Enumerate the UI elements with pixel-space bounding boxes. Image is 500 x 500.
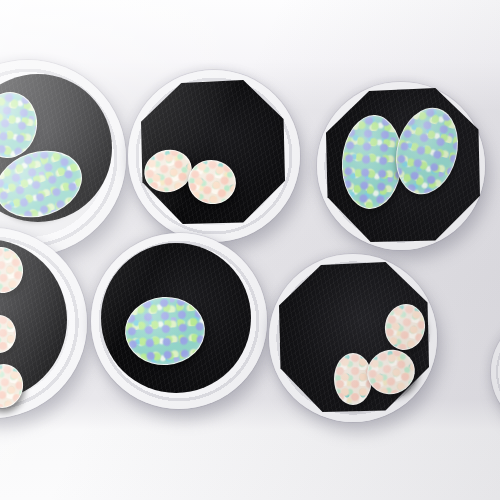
jar-right-edge bbox=[491, 314, 500, 430]
opal-cabochon-white bbox=[334, 353, 372, 405]
opal-gem-jars-photo bbox=[0, 0, 500, 500]
